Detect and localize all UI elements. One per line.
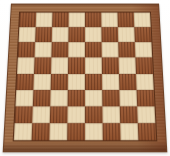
square-r5c8[interactable] bbox=[136, 74, 154, 90]
square-r7c1[interactable] bbox=[15, 106, 33, 123]
square-r7c4[interactable] bbox=[67, 106, 85, 123]
square-r2c8[interactable] bbox=[134, 27, 151, 42]
square-r2c1[interactable] bbox=[19, 27, 36, 42]
square-r3c6[interactable] bbox=[102, 42, 119, 57]
square-r1c6[interactable] bbox=[101, 13, 118, 28]
square-r8c7[interactable] bbox=[120, 123, 138, 140]
square-r3c5[interactable] bbox=[85, 42, 102, 57]
square-r5c4[interactable] bbox=[68, 74, 85, 90]
square-r1c1[interactable] bbox=[19, 13, 36, 28]
square-r2c6[interactable] bbox=[101, 27, 118, 42]
square-r5c2[interactable] bbox=[33, 74, 51, 90]
photo-background bbox=[0, 0, 170, 156]
square-r7c2[interactable] bbox=[32, 106, 50, 123]
square-r5c5[interactable] bbox=[85, 74, 102, 90]
square-r8c8[interactable] bbox=[138, 123, 156, 140]
square-r6c2[interactable] bbox=[33, 90, 51, 106]
square-r7c5[interactable] bbox=[85, 106, 103, 123]
square-r4c1[interactable] bbox=[17, 58, 35, 74]
square-r1c4[interactable] bbox=[69, 13, 85, 28]
square-r5c1[interactable] bbox=[16, 74, 34, 90]
square-r4c3[interactable] bbox=[51, 58, 68, 74]
square-r3c4[interactable] bbox=[68, 42, 85, 57]
square-r2c7[interactable] bbox=[118, 27, 135, 42]
square-r6c7[interactable] bbox=[119, 90, 137, 106]
square-r2c4[interactable] bbox=[68, 27, 85, 42]
square-r1c3[interactable] bbox=[52, 13, 69, 28]
square-r4c6[interactable] bbox=[102, 58, 119, 74]
square-r3c7[interactable] bbox=[118, 42, 135, 57]
square-r8c6[interactable] bbox=[103, 123, 121, 140]
square-r4c8[interactable] bbox=[135, 58, 153, 74]
square-r8c3[interactable] bbox=[49, 123, 67, 140]
square-r2c5[interactable] bbox=[85, 27, 102, 42]
square-r3c3[interactable] bbox=[51, 42, 68, 57]
square-r7c3[interactable] bbox=[50, 106, 68, 123]
square-r6c1[interactable] bbox=[15, 90, 33, 106]
square-r1c7[interactable] bbox=[118, 13, 135, 28]
square-r6c5[interactable] bbox=[85, 90, 102, 106]
square-r3c1[interactable] bbox=[18, 42, 35, 57]
square-r7c6[interactable] bbox=[102, 106, 120, 123]
square-r7c8[interactable] bbox=[137, 106, 155, 123]
square-r1c2[interactable] bbox=[36, 13, 53, 28]
chess-board-frame bbox=[3, 4, 168, 153]
square-r8c5[interactable] bbox=[85, 123, 103, 140]
square-r1c8[interactable] bbox=[134, 13, 151, 28]
square-r2c2[interactable] bbox=[35, 27, 52, 42]
square-r5c3[interactable] bbox=[51, 74, 68, 90]
square-r8c1[interactable] bbox=[14, 123, 32, 140]
square-r6c6[interactable] bbox=[102, 90, 120, 106]
square-r3c8[interactable] bbox=[135, 42, 152, 57]
square-r3c2[interactable] bbox=[35, 42, 52, 57]
square-r8c4[interactable] bbox=[67, 123, 85, 140]
square-r4c5[interactable] bbox=[85, 58, 102, 74]
square-r1c5[interactable] bbox=[85, 13, 101, 28]
square-r6c8[interactable] bbox=[137, 90, 155, 106]
square-r4c2[interactable] bbox=[34, 58, 51, 74]
square-r5c6[interactable] bbox=[102, 74, 119, 90]
square-r4c4[interactable] bbox=[68, 58, 85, 74]
square-r8c2[interactable] bbox=[32, 123, 50, 140]
square-r7c7[interactable] bbox=[120, 106, 138, 123]
square-r6c4[interactable] bbox=[68, 90, 85, 106]
square-r4c7[interactable] bbox=[119, 58, 136, 74]
square-r5c7[interactable] bbox=[119, 74, 137, 90]
square-r2c3[interactable] bbox=[52, 27, 69, 42]
square-r6c3[interactable] bbox=[50, 90, 68, 106]
chess-board bbox=[13, 12, 158, 142]
